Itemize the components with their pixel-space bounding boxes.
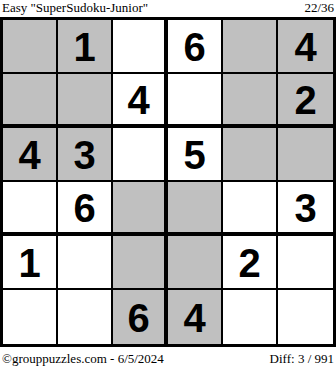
cell-r6c4[interactable]: 4 (168, 290, 223, 344)
cell-r1c3[interactable] (113, 20, 168, 74)
cell-r2c1[interactable] (3, 74, 58, 128)
cell-r6c3[interactable]: 6 (113, 290, 168, 344)
cell-r5c4[interactable] (168, 236, 223, 290)
cell-r4c1[interactable] (3, 182, 58, 236)
cell-r3c4[interactable]: 5 (168, 128, 223, 182)
cell-r1c5[interactable] (223, 20, 278, 74)
cell-r4c4[interactable] (168, 182, 223, 236)
cell-r3c5[interactable] (223, 128, 278, 182)
cell-r4c6[interactable]: 3 (278, 182, 333, 236)
cell-r3c2[interactable]: 3 (58, 128, 113, 182)
given-digit: 1 (18, 243, 40, 283)
header: Easy "SuperSudoku-Junior" 22/36 (0, 0, 336, 17)
cell-r3c3[interactable] (113, 128, 168, 182)
cell-r6c1[interactable] (3, 290, 58, 344)
given-digit: 3 (73, 135, 95, 175)
given-digit: 4 (127, 80, 149, 120)
cell-r6c5[interactable] (223, 290, 278, 344)
given-digit: 5 (183, 135, 205, 175)
footer: ©grouppuzzles.com - 6/5/2024 Diff: 3 / 9… (0, 351, 336, 367)
cell-r2c4[interactable] (168, 74, 223, 128)
cell-r5c2[interactable] (58, 236, 113, 290)
given-digit: 3 (294, 188, 316, 228)
cell-r3c6[interactable] (278, 128, 333, 182)
cell-r6c6[interactable] (278, 290, 333, 344)
given-digit: 6 (73, 188, 95, 228)
cell-r3c1[interactable]: 4 (3, 128, 58, 182)
cell-r2c3[interactable]: 4 (113, 74, 168, 128)
copyright-text: ©grouppuzzles.com - 6/5/2024 (2, 351, 164, 367)
cell-r1c6[interactable]: 4 (278, 20, 333, 74)
cell-r1c4[interactable]: 6 (168, 20, 223, 74)
given-digit: 4 (294, 27, 316, 67)
puzzle-counter: 22/36 (304, 1, 334, 15)
cell-r2c2[interactable] (58, 74, 113, 128)
board: 16442435631264 (0, 17, 336, 347)
given-digit: 2 (238, 243, 260, 283)
given-digit: 4 (183, 298, 205, 338)
given-digit: 2 (294, 80, 316, 120)
cell-r4c5[interactable] (223, 182, 278, 236)
cell-r6c2[interactable] (58, 290, 113, 344)
given-digit: 4 (18, 135, 40, 175)
cell-r5c1[interactable]: 1 (3, 236, 58, 290)
cell-r5c3[interactable] (113, 236, 168, 290)
cell-r1c2[interactable]: 1 (58, 20, 113, 74)
difficulty-text: Diff: 3 / 991 (270, 351, 334, 367)
given-digit: 6 (183, 27, 205, 67)
cell-r5c5[interactable]: 2 (223, 236, 278, 290)
cell-r1c1[interactable] (3, 20, 58, 74)
cell-r2c6[interactable]: 2 (278, 74, 333, 128)
cell-r4c3[interactable] (113, 182, 168, 236)
cell-r5c6[interactable] (278, 236, 333, 290)
given-digit: 1 (73, 27, 95, 67)
puzzle-title: Easy "SuperSudoku-Junior" (2, 1, 148, 15)
given-digit: 6 (127, 298, 149, 338)
cell-r2c5[interactable] (223, 74, 278, 128)
cell-r4c2[interactable]: 6 (58, 182, 113, 236)
